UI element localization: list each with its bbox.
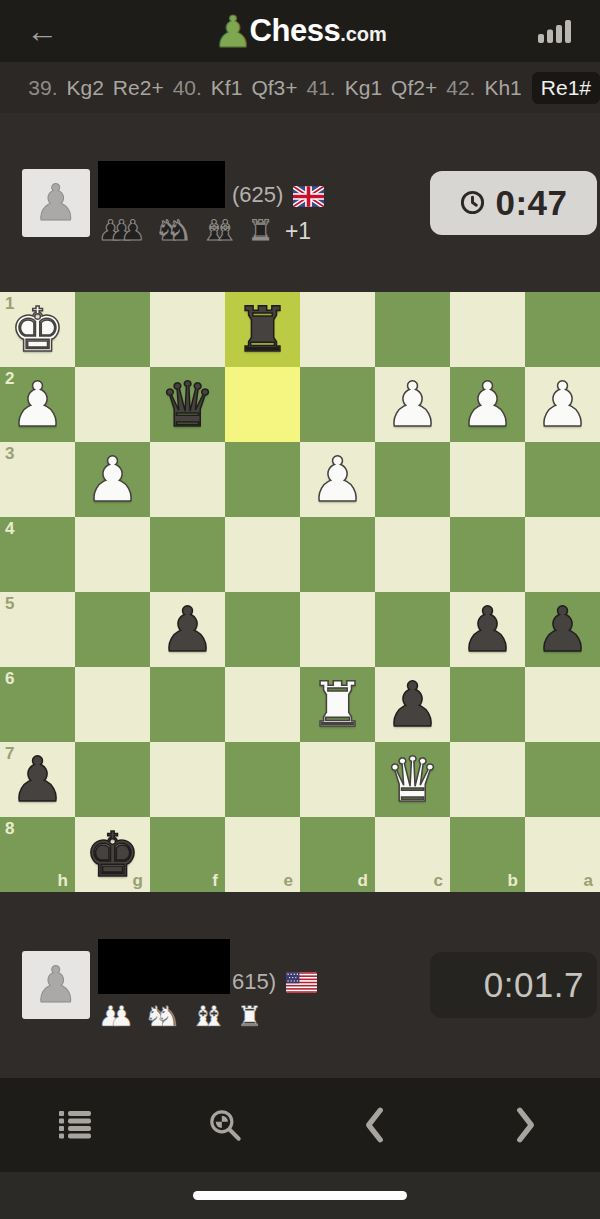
material-score-top: +1 (285, 219, 311, 244)
square-g4[interactable] (75, 517, 150, 592)
move-Re1#[interactable]: Re1# (532, 72, 600, 104)
square-b4[interactable] (450, 517, 525, 592)
move-Kh1[interactable]: Kh1 (484, 76, 521, 100)
square-b7[interactable] (450, 742, 525, 817)
chess-board: 1♚♜2♟♛♟♟♟3♟♟45♟♟♟6♜♟7♟♛8hg♚fedcba (0, 292, 600, 892)
square-f2[interactable]: ♛ (150, 367, 225, 442)
square-f7[interactable] (150, 742, 225, 817)
player-panel-top: ♟ (625) ♟♟♟♞♞♝♝♜ +1 (0, 113, 600, 292)
player-panel-bottom: ♟ 615) (0, 892, 600, 1078)
captured-white-pawn: ♟ (109, 1003, 134, 1031)
captured-black-bishop-group: ♝♝ (202, 217, 238, 245)
captured-white-knight-group: ♞♞ (144, 1003, 180, 1031)
move-Kg2[interactable]: Kg2 (66, 76, 103, 100)
move-Qf3+[interactable]: Qf3+ (251, 76, 297, 100)
square-b2[interactable]: ♟ (450, 367, 525, 442)
square-e1[interactable]: ♜ (225, 292, 300, 367)
square-h4[interactable]: 4 (0, 517, 75, 592)
move-Kf1[interactable]: Kf1 (211, 76, 243, 100)
square-a1[interactable] (525, 292, 600, 367)
square-d4[interactable] (300, 517, 375, 592)
move-number[interactable]: 39. (28, 76, 57, 100)
piece-black-rook[interactable]: ♜ (235, 299, 291, 361)
signal-bars-icon (538, 19, 572, 43)
square-c2[interactable]: ♟ (375, 367, 450, 442)
square-c8[interactable]: c (375, 817, 450, 892)
piece-white-pawn[interactable]: ♟ (310, 449, 366, 511)
captured-black-rook-group: ♜ (248, 217, 273, 245)
square-d6[interactable]: ♜ (300, 667, 375, 742)
square-g3[interactable]: ♟ (75, 442, 150, 517)
square-a3[interactable] (525, 442, 600, 517)
square-g7[interactable] (75, 742, 150, 817)
file-label-e: e (284, 872, 293, 889)
rank-label-4: 4 (5, 520, 14, 537)
logo-brand-text: Chess (250, 13, 341, 49)
home-indicator-area (0, 1172, 600, 1219)
list-icon (57, 1110, 93, 1140)
square-h1[interactable]: 1♚ (0, 292, 75, 367)
square-e4[interactable] (225, 517, 300, 592)
uk-flag-icon (293, 186, 324, 207)
clock-time-bottom: 0:01.7 (484, 965, 584, 1005)
square-c1[interactable] (375, 292, 450, 367)
square-c5[interactable] (375, 592, 450, 667)
clock-time-top: 0:47 (495, 183, 567, 223)
square-d2[interactable] (300, 367, 375, 442)
piece-black-pawn[interactable]: ♟ (535, 599, 591, 661)
bottom-toolbar (0, 1078, 600, 1172)
piece-white-pawn[interactable]: ♟ (460, 374, 516, 436)
captured-tray-bottom: ♟♟♞♞♝♝♜ (98, 1003, 262, 1031)
square-f5[interactable]: ♟ (150, 592, 225, 667)
square-e6[interactable] (225, 667, 300, 742)
square-f6[interactable] (150, 667, 225, 742)
file-label-a: a (584, 872, 593, 889)
player-name-redacted-bottom (98, 939, 230, 994)
square-d8[interactable]: d (300, 817, 375, 892)
square-g2[interactable] (75, 367, 150, 442)
captured-white-pawn-group: ♟♟ (98, 1003, 134, 1031)
square-e7[interactable] (225, 742, 300, 817)
home-indicator[interactable] (193, 1191, 407, 1200)
move-strip: 39.Kg2Re2+40.Kf1Qf3+41.Kg1Qf2+42.Kh1Re1# (0, 62, 600, 113)
piece-white-rook[interactable]: ♜ (310, 674, 366, 736)
rank-label-3: 3 (5, 445, 14, 462)
piece-white-king[interactable]: ♚ (10, 299, 66, 361)
move-Qf2+[interactable]: Qf2+ (391, 76, 437, 100)
square-c7[interactable]: ♛ (375, 742, 450, 817)
avatar-bottom[interactable]: ♟ (22, 951, 90, 1019)
move-Kg1[interactable]: Kg1 (345, 76, 382, 100)
pawn-avatar-icon: ♟ (34, 178, 79, 228)
rank-label-2: 2 (5, 370, 14, 387)
square-e5[interactable] (225, 592, 300, 667)
square-a8[interactable]: a (525, 817, 600, 892)
player-rating-bottom: 615) (232, 970, 276, 994)
square-h2[interactable]: 2♟ (0, 367, 75, 442)
captured-black-knight-group: ♞♞ (155, 217, 191, 245)
square-f4[interactable] (150, 517, 225, 592)
previous-move-button[interactable] (300, 1078, 450, 1172)
captured-black-knight: ♞ (166, 217, 191, 245)
player-info-bottom: 615) (98, 939, 317, 1031)
chesscom-logo: ♟ Chess .com (213, 13, 387, 49)
square-b8[interactable]: b (450, 817, 525, 892)
square-b5[interactable]: ♟ (450, 592, 525, 667)
move-number[interactable]: 40. (173, 76, 202, 100)
player-rating-top: (625) (232, 183, 283, 207)
square-f1[interactable] (150, 292, 225, 367)
next-move-button[interactable] (450, 1078, 600, 1172)
file-label-d: d (358, 872, 368, 889)
player-info-top: (625) ♟♟♟♞♞♝♝♜ +1 (98, 161, 324, 245)
move-number[interactable]: 41. (307, 76, 336, 100)
piece-black-pawn[interactable]: ♟ (10, 749, 66, 811)
square-a2[interactable]: ♟ (525, 367, 600, 442)
square-b6[interactable] (450, 667, 525, 742)
square-c6[interactable]: ♟ (375, 667, 450, 742)
piece-black-queen[interactable]: ♛ (160, 374, 216, 436)
square-a5[interactable]: ♟ (525, 592, 600, 667)
rank-label-7: 7 (5, 745, 14, 762)
file-label-f: f (212, 872, 218, 889)
chess-app: ← ♟ Chess .com 39.Kg2Re2+40.Kf1Qf3+41.Kg… (0, 0, 600, 1219)
square-g6[interactable] (75, 667, 150, 742)
rank-label-8: 8 (5, 820, 14, 837)
square-f8[interactable]: f (150, 817, 225, 892)
file-label-h: h (58, 872, 68, 889)
square-c3[interactable] (375, 442, 450, 517)
top-bar: ← ♟ Chess .com (0, 0, 600, 62)
us-flag-icon (286, 972, 317, 993)
square-h7[interactable]: 7♟ (0, 742, 75, 817)
move-list-button[interactable] (0, 1078, 150, 1172)
square-d1[interactable] (300, 292, 375, 367)
piece-white-pawn[interactable]: ♟ (10, 374, 66, 436)
square-d3[interactable]: ♟ (300, 442, 375, 517)
analysis-magnifier-icon (206, 1106, 244, 1144)
captured-black-bishop: ♝ (213, 217, 238, 245)
pawn-avatar-icon: ♟ (34, 960, 79, 1010)
square-f3[interactable] (150, 442, 225, 517)
square-c4[interactable] (375, 517, 450, 592)
captured-white-rook: ♜ (237, 1003, 262, 1031)
analysis-button[interactable] (150, 1078, 300, 1172)
piece-white-pawn[interactable]: ♟ (535, 374, 591, 436)
rank-label-6: 6 (5, 670, 14, 687)
square-b1[interactable] (450, 292, 525, 367)
captured-white-knight: ♞ (155, 1003, 180, 1031)
piece-black-pawn[interactable]: ♟ (160, 599, 216, 661)
square-e3[interactable] (225, 442, 300, 517)
square-d5[interactable] (300, 592, 375, 667)
square-e8[interactable]: e (225, 817, 300, 892)
square-g1[interactable] (75, 292, 150, 367)
square-g5[interactable] (75, 592, 150, 667)
square-d7[interactable] (300, 742, 375, 817)
piece-white-pawn[interactable]: ♟ (385, 374, 441, 436)
square-h3[interactable]: 3 (0, 442, 75, 517)
captured-white-bishop: ♝ (202, 1003, 227, 1031)
clock-top: 0:47 (430, 171, 597, 235)
square-h5[interactable]: 5 (0, 592, 75, 667)
captured-tray-top: ♟♟♟♞♞♝♝♜ (98, 217, 273, 245)
square-h6[interactable]: 6 (0, 667, 75, 742)
chevron-left-icon (362, 1106, 388, 1144)
file-label-c: c (434, 872, 443, 889)
captured-black-pawn-group: ♟♟♟ (98, 217, 145, 245)
file-label-b: b (508, 872, 518, 889)
square-g8[interactable]: g♚ (75, 817, 150, 892)
square-a4[interactable] (525, 517, 600, 592)
captured-white-rook-group: ♜ (237, 1003, 262, 1031)
captured-white-bishop-group: ♝♝ (190, 1003, 226, 1031)
piece-white-pawn[interactable]: ♟ (85, 449, 141, 511)
clock-icon (459, 189, 486, 216)
move-number[interactable]: 42. (446, 76, 475, 100)
back-button[interactable]: ← (26, 15, 58, 47)
file-label-g: g (133, 872, 143, 889)
square-a6[interactable] (525, 667, 600, 742)
captured-black-pawn: ♟ (120, 217, 145, 245)
square-a7[interactable] (525, 742, 600, 817)
captured-black-rook: ♜ (248, 217, 273, 245)
rank-label-1: 1 (5, 295, 14, 312)
square-h8[interactable]: 8h (0, 817, 75, 892)
piece-black-pawn[interactable]: ♟ (385, 674, 441, 736)
move-Re2+[interactable]: Re2+ (113, 76, 164, 100)
square-b3[interactable] (450, 442, 525, 517)
avatar-top[interactable]: ♟ (22, 169, 90, 237)
chevron-right-icon (512, 1106, 538, 1144)
square-e2[interactable] (225, 367, 300, 442)
piece-black-pawn[interactable]: ♟ (460, 599, 516, 661)
piece-white-queen[interactable]: ♛ (385, 749, 441, 811)
logo-suffix-text: .com (340, 23, 387, 46)
clock-bottom: 0:01.7 (430, 952, 597, 1018)
rank-label-5: 5 (5, 595, 14, 612)
player-name-redacted-top (98, 161, 225, 208)
